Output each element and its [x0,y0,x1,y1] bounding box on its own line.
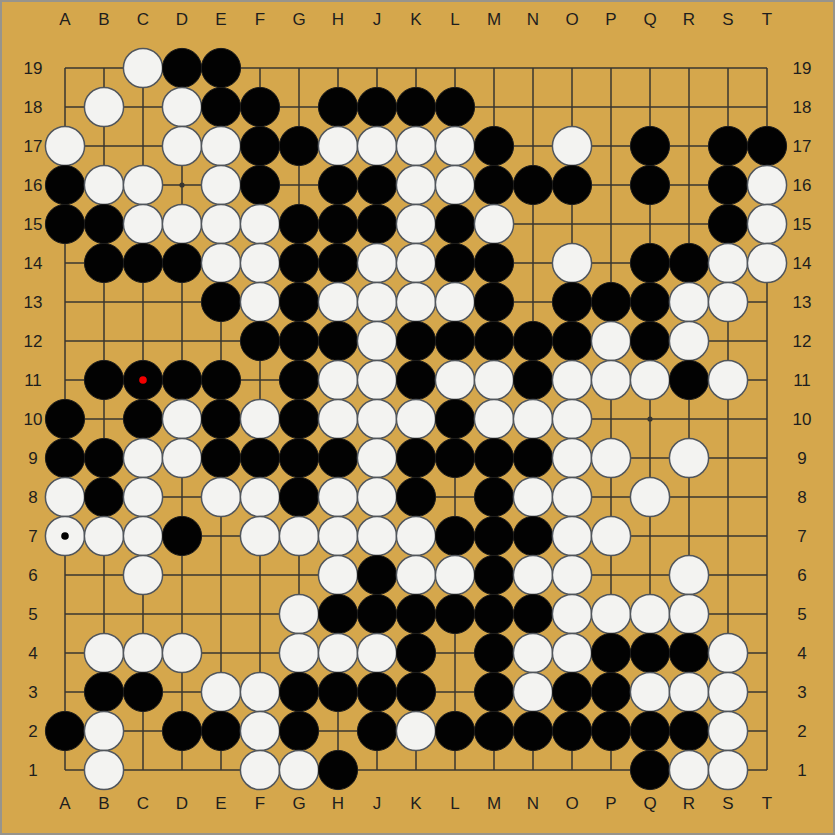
stone-black[interactable] [708,126,747,165]
stone-white[interactable] [552,555,591,594]
stone-white[interactable] [162,204,201,243]
stone-black[interactable] [84,360,123,399]
stone-black[interactable] [240,165,279,204]
column-label-top: T [762,10,772,29]
stone-black[interactable] [318,204,357,243]
stone-white[interactable] [240,477,279,516]
stone-white[interactable] [84,633,123,672]
stone-white[interactable] [123,516,162,555]
stone-black[interactable] [474,516,513,555]
stone-white[interactable] [669,321,708,360]
stone-black[interactable] [396,321,435,360]
stone-white[interactable] [435,360,474,399]
stone-black[interactable] [279,477,318,516]
stone-white[interactable] [318,399,357,438]
column-label-bottom: N [527,794,539,813]
stone-white[interactable] [552,594,591,633]
stone-black[interactable] [201,48,240,87]
row-label-left: 13 [24,293,43,312]
stone-black[interactable] [318,594,357,633]
row-label-right: 10 [793,410,812,429]
stone-white[interactable] [162,438,201,477]
stone-black[interactable] [396,477,435,516]
stone-black[interactable] [201,438,240,477]
stone-black[interactable] [240,438,279,477]
stone-black[interactable] [435,321,474,360]
stone-white[interactable] [435,555,474,594]
stone-black[interactable] [162,516,201,555]
stone-white[interactable] [279,594,318,633]
stone-black[interactable] [435,87,474,126]
stone-black[interactable] [591,672,630,711]
stone-black[interactable] [513,360,552,399]
stone-black[interactable] [474,555,513,594]
stone-black[interactable] [240,87,279,126]
stone-white[interactable] [747,243,786,282]
row-label-right: 6 [797,566,806,585]
stone-white[interactable] [630,477,669,516]
stone-black[interactable] [396,360,435,399]
stone-white[interactable] [279,633,318,672]
stone-black[interactable] [279,711,318,750]
stone-white[interactable] [552,438,591,477]
stone-white[interactable] [669,282,708,321]
stone-white[interactable] [318,555,357,594]
stone-black[interactable] [201,282,240,321]
stone-black[interactable] [45,399,84,438]
stone-black[interactable] [240,321,279,360]
row-label-right: 2 [797,722,806,741]
stone-black[interactable] [708,204,747,243]
column-label-bottom: Q [643,794,656,813]
stone-black[interactable] [669,360,708,399]
row-label-left: 4 [28,644,37,663]
stone-black[interactable] [474,672,513,711]
column-label-top: S [722,10,733,29]
stone-white[interactable] [318,126,357,165]
stone-black[interactable] [45,438,84,477]
stone-black[interactable] [513,165,552,204]
stone-black[interactable] [552,165,591,204]
column-label-bottom: H [332,794,344,813]
row-label-right: 14 [793,254,812,273]
stone-black[interactable] [591,282,630,321]
stone-black[interactable] [279,438,318,477]
stone-white[interactable] [357,321,396,360]
stone-black[interactable] [201,87,240,126]
stone-black[interactable] [474,438,513,477]
stone-white[interactable] [201,126,240,165]
stone-black[interactable] [123,243,162,282]
stone-black[interactable] [435,438,474,477]
stone-black[interactable] [591,633,630,672]
stone-white[interactable] [201,165,240,204]
row-label-right: 7 [797,527,806,546]
stone-white[interactable] [240,204,279,243]
stone-white[interactable] [396,126,435,165]
stone-white[interactable] [123,165,162,204]
stone-black[interactable] [279,282,318,321]
stone-black[interactable] [279,126,318,165]
row-label-right: 12 [793,332,812,351]
stone-black[interactable] [162,243,201,282]
stone-black[interactable] [435,243,474,282]
stone-black[interactable] [396,672,435,711]
stone-black[interactable] [591,711,630,750]
stone-white[interactable] [552,477,591,516]
column-label-bottom: G [292,794,305,813]
stone-black[interactable] [630,243,669,282]
stone-white[interactable] [474,360,513,399]
stone-white[interactable] [162,87,201,126]
stone-black[interactable] [357,594,396,633]
stone-black[interactable] [201,399,240,438]
column-label-bottom: P [605,794,616,813]
row-label-right: 13 [793,293,812,312]
row-label-left: 2 [28,722,37,741]
stone-white[interactable] [240,243,279,282]
column-label-bottom: C [137,794,149,813]
stone-black[interactable] [630,321,669,360]
stone-white[interactable] [240,282,279,321]
stone-black[interactable] [396,438,435,477]
stone-black[interactable] [318,750,357,789]
stone-white[interactable] [591,360,630,399]
stone-black[interactable] [279,321,318,360]
row-label-right: 5 [797,605,806,624]
column-label-bottom: F [255,794,265,813]
stone-white[interactable] [84,516,123,555]
stone-black[interactable] [552,282,591,321]
column-label-top: M [487,10,501,29]
stone-white[interactable] [513,555,552,594]
column-label-top: D [176,10,188,29]
stone-black[interactable] [435,711,474,750]
stone-black[interactable] [747,126,786,165]
stone-black[interactable] [630,126,669,165]
go-board[interactable]: AABBCCDDEEFFGGHHJJKKLLMMNNOOPPQQRRSSTT19… [2,2,833,833]
stone-white[interactable] [435,165,474,204]
stone-white[interactable] [123,438,162,477]
stone-white[interactable] [162,126,201,165]
stone-black[interactable] [396,87,435,126]
stone-white[interactable] [591,438,630,477]
stone-white[interactable] [357,126,396,165]
go-board-frame: AABBCCDDEEFFGGHHJJKKLLMMNNOOPPQQRRSSTT19… [0,0,835,835]
row-label-left: 12 [24,332,43,351]
stone-black[interactable] [162,48,201,87]
stone-white[interactable] [591,594,630,633]
stone-white[interactable] [396,516,435,555]
stone-white[interactable] [357,399,396,438]
stone-black[interactable] [474,594,513,633]
stone-white[interactable] [630,594,669,633]
stone-black[interactable] [84,438,123,477]
column-label-top: G [292,10,305,29]
column-label-top: K [410,10,422,29]
row-label-left: 9 [28,449,37,468]
stone-white[interactable] [123,48,162,87]
stone-white[interactable] [669,438,708,477]
stone-white[interactable] [630,360,669,399]
stone-white[interactable] [357,282,396,321]
stone-white[interactable] [747,204,786,243]
stone-white[interactable] [591,321,630,360]
stone-black[interactable] [474,126,513,165]
stone-black[interactable] [84,204,123,243]
stone-black[interactable] [396,594,435,633]
stone-black[interactable] [162,360,201,399]
stone-black[interactable] [201,360,240,399]
row-label-left: 7 [28,527,37,546]
stone-white[interactable] [708,672,747,711]
stone-black[interactable] [396,633,435,672]
stone-black[interactable] [474,711,513,750]
stone-black[interactable] [357,165,396,204]
stone-white[interactable] [591,516,630,555]
stone-black[interactable] [279,672,318,711]
stone-white[interactable] [396,399,435,438]
stone-white[interactable] [240,672,279,711]
stone-black[interactable] [630,711,669,750]
stone-black[interactable] [279,399,318,438]
row-label-left: 11 [24,371,42,390]
column-label-bottom: K [410,794,422,813]
stone-white[interactable] [669,555,708,594]
stone-white[interactable] [84,711,123,750]
stone-black[interactable] [474,282,513,321]
stone-white[interactable] [747,165,786,204]
column-label-bottom: B [98,794,109,813]
column-label-top: Q [643,10,656,29]
row-label-left: 5 [28,605,37,624]
stone-white[interactable] [318,282,357,321]
column-label-top: C [137,10,149,29]
column-label-bottom: S [722,794,733,813]
column-label-bottom: J [373,794,382,813]
stone-black[interactable] [45,204,84,243]
stone-black[interactable] [435,594,474,633]
stone-black[interactable] [435,399,474,438]
stone-black[interactable] [162,711,201,750]
row-label-right: 18 [793,98,812,117]
stone-white[interactable] [318,360,357,399]
star-point [179,182,184,187]
stone-white[interactable] [201,477,240,516]
stone-white[interactable] [201,243,240,282]
stone-white[interactable] [552,399,591,438]
column-label-bottom: R [683,794,695,813]
stone-white[interactable] [162,399,201,438]
stone-black[interactable] [474,243,513,282]
stone-white[interactable] [513,477,552,516]
row-label-right: 19 [793,59,812,78]
stone-white[interactable] [279,516,318,555]
row-label-left: 18 [24,98,43,117]
stone-black[interactable] [474,321,513,360]
stone-black[interactable] [279,243,318,282]
row-label-right: 1 [797,761,806,780]
row-label-left: 6 [28,566,37,585]
stone-black[interactable] [357,672,396,711]
stone-black[interactable] [552,321,591,360]
stone-white[interactable] [201,672,240,711]
stone-black[interactable] [513,594,552,633]
stone-white[interactable] [708,360,747,399]
stone-black[interactable] [513,516,552,555]
stone-white[interactable] [357,477,396,516]
stone-white[interactable] [552,243,591,282]
stone-white[interactable] [474,204,513,243]
stone-white[interactable] [708,750,747,789]
stone-white[interactable] [45,477,84,516]
stone-white[interactable] [357,243,396,282]
stone-black[interactable] [318,165,357,204]
row-label-left: 17 [24,137,43,156]
stone-black[interactable] [630,750,669,789]
stone-white[interactable] [318,516,357,555]
stone-black[interactable] [357,711,396,750]
stone-white[interactable] [708,243,747,282]
stone-black[interactable] [669,711,708,750]
stone-white[interactable] [45,126,84,165]
stone-white[interactable] [357,438,396,477]
stone-white[interactable] [123,555,162,594]
stone-white[interactable] [552,126,591,165]
column-label-bottom: O [565,794,578,813]
stone-white[interactable] [357,360,396,399]
row-label-left: 15 [24,215,43,234]
stone-white[interactable] [669,672,708,711]
stone-white[interactable] [435,282,474,321]
stone-white[interactable] [552,633,591,672]
stone-white[interactable] [357,633,396,672]
row-label-left: 8 [28,488,37,507]
stone-black[interactable] [123,672,162,711]
stone-white[interactable] [396,204,435,243]
stone-white[interactable] [279,750,318,789]
stone-black[interactable] [630,165,669,204]
stone-white[interactable] [240,399,279,438]
stone-black[interactable] [84,243,123,282]
stone-white[interactable] [318,633,357,672]
stone-black[interactable] [84,672,123,711]
row-label-left: 19 [24,59,43,78]
stone-white[interactable] [396,711,435,750]
stone-black[interactable] [708,165,747,204]
row-label-left: 3 [28,683,37,702]
stone-white[interactable] [669,750,708,789]
stone-white[interactable] [123,204,162,243]
stone-white[interactable] [513,672,552,711]
stone-white[interactable] [240,750,279,789]
stone-black[interactable] [318,87,357,126]
stone-black[interactable] [45,711,84,750]
stone-white[interactable] [84,750,123,789]
stone-white[interactable] [240,516,279,555]
stone-black[interactable] [552,672,591,711]
stone-white[interactable] [513,633,552,672]
stone-black[interactable] [630,282,669,321]
stone-black[interactable] [123,399,162,438]
stone-white[interactable] [630,672,669,711]
stone-black[interactable] [435,516,474,555]
stone-black[interactable] [357,555,396,594]
stone-white[interactable] [708,633,747,672]
stone-black[interactable] [630,633,669,672]
stone-white[interactable] [318,477,357,516]
stone-white[interactable] [240,711,279,750]
stone-white[interactable] [474,399,513,438]
column-label-top: N [527,10,539,29]
column-label-top: F [255,10,265,29]
stone-white[interactable] [84,87,123,126]
stone-white[interactable] [513,399,552,438]
stone-white[interactable] [552,360,591,399]
stone-white[interactable] [201,204,240,243]
stone-black[interactable] [669,633,708,672]
stone-black[interactable] [552,711,591,750]
stone-black[interactable] [84,477,123,516]
column-label-top: P [605,10,616,29]
stone-white[interactable] [84,165,123,204]
stone-black[interactable] [318,321,357,360]
stone-white[interactable] [708,711,747,750]
stone-black[interactable] [279,204,318,243]
row-label-right: 16 [793,176,812,195]
point-marker [61,532,69,540]
stone-black[interactable] [513,321,552,360]
column-label-top: B [98,10,109,29]
stone-black[interactable] [279,360,318,399]
stone-black[interactable] [318,672,357,711]
stone-black[interactable] [240,126,279,165]
stone-white[interactable] [396,165,435,204]
row-label-right: 9 [797,449,806,468]
stone-black[interactable] [357,87,396,126]
stone-white[interactable] [396,282,435,321]
stone-black[interactable] [669,243,708,282]
stone-black[interactable] [201,711,240,750]
row-label-right: 8 [797,488,806,507]
stone-black[interactable] [513,438,552,477]
stone-white[interactable] [708,282,747,321]
stone-black[interactable] [435,204,474,243]
stone-black[interactable] [513,711,552,750]
row-label-right: 17 [793,137,812,156]
stone-white[interactable] [669,594,708,633]
stone-white[interactable] [396,243,435,282]
stone-black[interactable] [45,165,84,204]
row-label-right: 15 [793,215,812,234]
last-move-marker [139,376,147,384]
stone-white[interactable] [396,555,435,594]
stone-white[interactable] [357,516,396,555]
column-label-top: A [59,10,71,29]
column-label-top: J [373,10,382,29]
stone-white[interactable] [123,477,162,516]
stone-black[interactable] [318,438,357,477]
stone-white[interactable] [435,126,474,165]
stone-black[interactable] [474,165,513,204]
stone-black[interactable] [318,243,357,282]
stone-black[interactable] [357,204,396,243]
stone-black[interactable] [474,633,513,672]
stone-black[interactable] [474,477,513,516]
stone-white[interactable] [123,633,162,672]
stone-white[interactable] [552,516,591,555]
stone-white[interactable] [162,633,201,672]
